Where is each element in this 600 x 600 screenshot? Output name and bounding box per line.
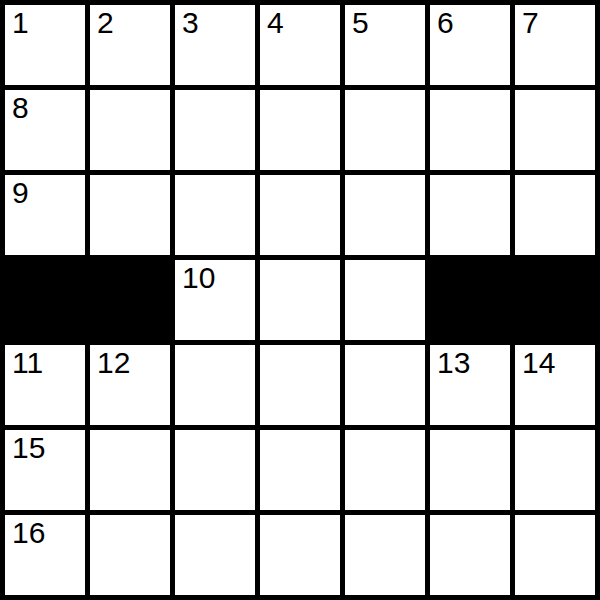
clue-number-15: 15 — [12, 431, 45, 466]
cell-r6c4[interactable] — [260, 430, 340, 510]
cell-r3c2[interactable] — [90, 175, 170, 255]
crossword-board: 12345678910111213141516 — [0, 0, 600, 600]
clue-number-13: 13 — [437, 346, 470, 381]
clue-number-11: 11 — [12, 346, 43, 381]
clue-number-4: 4 — [267, 6, 284, 41]
cell-r3c7[interactable] — [515, 175, 595, 255]
cell-r2c7[interactable] — [515, 90, 595, 170]
cell-r5c1[interactable]: 11 — [5, 345, 85, 425]
cell-r6c6[interactable] — [430, 430, 510, 510]
cell-r5c4[interactable] — [260, 345, 340, 425]
cell-r1c7[interactable]: 7 — [515, 5, 595, 85]
cell-r5c7[interactable]: 14 — [515, 345, 595, 425]
clue-number-14: 14 — [522, 346, 555, 381]
black-cell-r4c7 — [515, 260, 595, 340]
clue-number-10: 10 — [182, 261, 215, 296]
clue-number-1: 1 — [12, 6, 29, 41]
clue-number-12: 12 — [97, 346, 130, 381]
cell-r7c2[interactable] — [90, 515, 170, 595]
cell-r3c1[interactable]: 9 — [5, 175, 85, 255]
cell-r4c5[interactable] — [345, 260, 425, 340]
cell-r3c6[interactable] — [430, 175, 510, 255]
cell-r7c6[interactable] — [430, 515, 510, 595]
black-cell-r4c1 — [5, 260, 85, 340]
cell-r7c5[interactable] — [345, 515, 425, 595]
cell-r6c7[interactable] — [515, 430, 595, 510]
cell-r7c7[interactable] — [515, 515, 595, 595]
cell-r2c6[interactable] — [430, 90, 510, 170]
cell-r6c3[interactable] — [175, 430, 255, 510]
black-cell-r4c6 — [430, 260, 510, 340]
clue-number-8: 8 — [12, 91, 29, 126]
cell-r2c2[interactable] — [90, 90, 170, 170]
cell-r3c5[interactable] — [345, 175, 425, 255]
cell-r3c4[interactable] — [260, 175, 340, 255]
clue-number-9: 9 — [12, 176, 29, 211]
cell-r5c6[interactable]: 13 — [430, 345, 510, 425]
cell-r7c3[interactable] — [175, 515, 255, 595]
clue-number-5: 5 — [352, 6, 369, 41]
cell-r3c3[interactable] — [175, 175, 255, 255]
cell-r5c3[interactable] — [175, 345, 255, 425]
cell-r2c3[interactable] — [175, 90, 255, 170]
clue-number-2: 2 — [97, 6, 114, 41]
cell-r1c4[interactable]: 4 — [260, 5, 340, 85]
cell-r6c5[interactable] — [345, 430, 425, 510]
cell-r4c3[interactable]: 10 — [175, 260, 255, 340]
cell-r2c4[interactable] — [260, 90, 340, 170]
cell-r1c6[interactable]: 6 — [430, 5, 510, 85]
clue-number-6: 6 — [437, 6, 454, 41]
cell-r5c5[interactable] — [345, 345, 425, 425]
cell-r7c1[interactable]: 16 — [5, 515, 85, 595]
cell-r1c5[interactable]: 5 — [345, 5, 425, 85]
cell-r1c1[interactable]: 1 — [5, 5, 85, 85]
cell-r6c2[interactable] — [90, 430, 170, 510]
cell-r6c1[interactable]: 15 — [5, 430, 85, 510]
clue-number-3: 3 — [182, 6, 199, 41]
cell-r7c4[interactable] — [260, 515, 340, 595]
cell-r1c2[interactable]: 2 — [90, 5, 170, 85]
clue-number-16: 16 — [12, 516, 45, 551]
cell-r4c4[interactable] — [260, 260, 340, 340]
cell-r5c2[interactable]: 12 — [90, 345, 170, 425]
cell-r1c3[interactable]: 3 — [175, 5, 255, 85]
clue-number-7: 7 — [522, 6, 539, 41]
cell-r2c5[interactable] — [345, 90, 425, 170]
cell-r2c1[interactable]: 8 — [5, 90, 85, 170]
black-cell-r4c2 — [90, 260, 170, 340]
